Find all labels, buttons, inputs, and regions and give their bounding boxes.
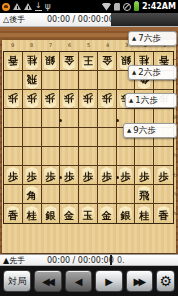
board-cell[interactable]: [4, 128, 23, 147]
file-label: 9: [3, 42, 22, 49]
shogi-piece[interactable]: 金: [61, 206, 77, 223]
usb-icon: ψ: [45, 2, 51, 11]
board-cell[interactable]: [79, 128, 98, 147]
board-cell[interactable]: 歩: [154, 166, 173, 185]
board-cell[interactable]: 歩: [42, 166, 61, 185]
board-cell[interactable]: [98, 109, 117, 128]
settings-button[interactable]: ⚙: [156, 270, 175, 292]
star-point: [59, 176, 62, 179]
board-cell[interactable]: [23, 147, 42, 166]
notification-icon: [2, 3, 10, 11]
candidate-move-item[interactable]: ▲2六歩: [128, 65, 177, 80]
board-cell[interactable]: 王: [79, 52, 98, 71]
gote-move-display: [111, 13, 178, 26]
board-cell[interactable]: 飛: [135, 185, 154, 204]
board-cell[interactable]: 桂: [135, 204, 154, 223]
shogi-piece[interactable]: 玉: [80, 206, 96, 223]
storage-icon: [114, 3, 120, 11]
board-cell[interactable]: 香: [154, 204, 173, 223]
clock-time: 2:42AM: [142, 2, 176, 11]
shogi-piece[interactable]: 歩: [156, 167, 172, 184]
shogi-piece[interactable]: 歩: [42, 167, 58, 184]
shogi-piece[interactable]: 金: [99, 206, 115, 223]
shogi-piece[interactable]: 銀: [118, 206, 134, 223]
back-icon: ◀: [75, 276, 83, 287]
board-cell[interactable]: [98, 128, 117, 147]
shogi-app: ↓ ψ 2:42AM △後手 00:00 / 00:00:00 98765432…: [0, 0, 178, 296]
board-cell[interactable]: [42, 147, 61, 166]
warning-icon: [24, 3, 32, 10]
board-cell[interactable]: [79, 109, 98, 128]
board-cell[interactable]: 銀: [117, 204, 136, 223]
play-game-button[interactable]: 対局: [3, 270, 31, 292]
sente-triangle-icon: ▲: [132, 70, 136, 76]
fast-forward-button[interactable]: ▶▶: [126, 270, 153, 292]
board-cell[interactable]: [154, 147, 173, 166]
board-cell[interactable]: 金: [98, 204, 117, 223]
board-cell[interactable]: [79, 185, 98, 204]
board-cell[interactable]: 歩: [60, 90, 79, 109]
board-cell[interactable]: [4, 147, 23, 166]
move-counter: 0.: [117, 256, 125, 265]
sente-player-bar: ▲先手 00:00 / 00:00:00 0.: [0, 254, 178, 266]
board-cell[interactable]: 香: [4, 204, 23, 223]
board-cell[interactable]: 歩: [117, 166, 136, 185]
shogi-piece[interactable]: 香: [156, 206, 172, 223]
shogi-piece[interactable]: 歩: [80, 91, 96, 108]
sente-player-label: ▲先手: [3, 255, 25, 266]
step-forward-button[interactable]: ▶: [95, 270, 122, 292]
shogi-piece[interactable]: 香: [5, 53, 21, 70]
gote-clock: 00:00 / 00:00:00: [47, 15, 114, 24]
file-label: 7: [41, 42, 60, 49]
warning-icon: [13, 3, 21, 10]
board-cell[interactable]: [117, 147, 136, 166]
candidate-move-text: 7六歩: [138, 33, 160, 45]
board-cell[interactable]: [98, 71, 117, 90]
board-cell[interactable]: 歩: [79, 90, 98, 109]
board-cell[interactable]: [98, 147, 117, 166]
shogi-piece[interactable]: 銀: [42, 206, 58, 223]
shogi-piece[interactable]: 歩: [61, 91, 77, 108]
board-cell[interactable]: 飛: [23, 71, 42, 90]
fast-forward-icon: ▶▶: [133, 276, 143, 287]
board-cell[interactable]: 歩: [60, 166, 79, 185]
shogi-piece[interactable]: 歩: [5, 91, 21, 108]
board-cell[interactable]: [60, 185, 79, 204]
board-cell[interactable]: [154, 185, 173, 204]
board-cell[interactable]: 香: [4, 52, 23, 71]
shogi-piece[interactable]: 香: [5, 206, 21, 223]
board-cell[interactable]: 金: [60, 204, 79, 223]
shogi-piece[interactable]: 歩: [99, 167, 115, 184]
rewind-icon: ◀◀: [42, 276, 52, 287]
star-point: [116, 176, 119, 179]
star-point: [116, 119, 119, 122]
candidate-move-text: 2六歩: [138, 67, 160, 79]
shogi-piece[interactable]: 飛: [24, 72, 40, 89]
wifi-icon: [102, 3, 111, 11]
gote-player-label: △後手: [3, 14, 25, 25]
shogi-piece[interactable]: 歩: [42, 91, 58, 108]
shogi-piece[interactable]: 歩: [24, 167, 40, 184]
shogi-piece[interactable]: 金: [99, 53, 115, 70]
shogi-piece[interactable]: 桂: [24, 206, 40, 223]
board-cell[interactable]: 金: [98, 52, 117, 71]
board-cell[interactable]: 歩: [23, 166, 42, 185]
star-point: [59, 119, 62, 122]
board-cell[interactable]: [4, 185, 23, 204]
sente-triangle-icon: ▲: [132, 36, 136, 42]
shogi-piece[interactable]: 桂: [24, 53, 40, 70]
playback-controls: 対局 ◀◀ ◀ ▶ ▶▶ ⚙: [0, 266, 178, 296]
board-cell[interactable]: [4, 71, 23, 90]
board-cell[interactable]: [79, 147, 98, 166]
shogi-piece[interactable]: 金: [61, 53, 77, 70]
shogi-piece[interactable]: 桂: [136, 206, 152, 223]
board-cell[interactable]: 歩: [4, 166, 23, 185]
board-cell[interactable]: [42, 128, 61, 147]
board-cell[interactable]: 角: [23, 185, 42, 204]
board-cell[interactable]: 桂: [23, 52, 42, 71]
candidate-move-item[interactable]: ▲7六歩: [128, 31, 177, 46]
board-cell[interactable]: [79, 71, 98, 90]
file-label: 8: [22, 42, 41, 49]
candidate-move-item[interactable]: ▲1六歩: [125, 93, 177, 108]
candidate-move-text: 1六歩: [135, 95, 157, 107]
board-cell[interactable]: 歩: [135, 166, 154, 185]
board-cell[interactable]: [60, 128, 79, 147]
board-cell[interactable]: 歩: [42, 90, 61, 109]
board-cell[interactable]: 歩: [98, 90, 117, 109]
board-cell[interactable]: 歩: [23, 90, 42, 109]
forward-icon: ▶: [105, 276, 113, 287]
candidate-move-item[interactable]: ▲9六歩: [123, 123, 177, 138]
shogi-piece[interactable]: 飛: [136, 186, 152, 203]
board-cell[interactable]: [23, 109, 42, 128]
board-cell[interactable]: [135, 147, 154, 166]
shogi-piece[interactable]: 歩: [80, 167, 96, 184]
shogi-piece[interactable]: 歩: [61, 167, 77, 184]
board-cell[interactable]: [23, 128, 42, 147]
file-label: 6: [60, 42, 79, 49]
shogi-piece[interactable]: 王: [80, 53, 96, 70]
android-status-bar: ↓ ψ 2:42AM: [0, 0, 178, 13]
shogi-piece[interactable]: 歩: [136, 167, 152, 184]
board-area: 987654321 一二三四五六七八九 香桂銀金王金銀桂香飛角歩歩歩歩歩歩歩歩歩…: [0, 27, 178, 254]
step-back-button[interactable]: ◀: [65, 270, 92, 292]
sente-clock: 00:00 / 00:00:00: [47, 256, 114, 265]
board-cell[interactable]: 銀: [42, 204, 61, 223]
board-cell[interactable]: [60, 147, 79, 166]
shogi-piece[interactable]: 角: [24, 186, 40, 203]
gear-icon: ⚙: [159, 273, 172, 289]
board-cell[interactable]: [4, 109, 23, 128]
board-cell[interactable]: 銀: [42, 52, 61, 71]
board-cell[interactable]: [117, 185, 136, 204]
mute-icon: [123, 3, 131, 11]
divider: [110, 255, 112, 265]
file-label: 4: [98, 42, 117, 49]
board-cell[interactable]: 金: [60, 52, 79, 71]
shogi-piece[interactable]: 歩: [24, 91, 40, 108]
board-cell[interactable]: 玉: [79, 204, 98, 223]
board-cell[interactable]: [42, 71, 61, 90]
board-cell[interactable]: 歩: [79, 166, 98, 185]
board-cell[interactable]: 歩: [98, 166, 117, 185]
board-cell[interactable]: 桂: [23, 204, 42, 223]
sente-triangle-icon: ▲: [129, 98, 133, 104]
rewind-to-start-button[interactable]: ◀◀: [34, 270, 61, 292]
shogi-piece[interactable]: 歩: [5, 167, 21, 184]
candidate-move-text: 9六歩: [133, 125, 155, 137]
download-icon: ↓: [35, 2, 42, 11]
shogi-piece[interactable]: 歩: [99, 91, 115, 108]
shogi-piece[interactable]: 歩: [118, 167, 134, 184]
file-label: 5: [79, 42, 98, 49]
board-cell[interactable]: [42, 109, 61, 128]
battery-icon: [134, 2, 139, 11]
board-cell[interactable]: [60, 71, 79, 90]
board-cell[interactable]: 歩: [4, 90, 23, 109]
shogi-piece[interactable]: 銀: [42, 53, 58, 70]
board-cell[interactable]: [42, 185, 61, 204]
gote-player-bar: △後手 00:00 / 00:00:00: [0, 13, 178, 27]
board-cell[interactable]: [60, 109, 79, 128]
sente-triangle-icon: ▲: [127, 128, 131, 134]
board-cell[interactable]: [98, 185, 117, 204]
